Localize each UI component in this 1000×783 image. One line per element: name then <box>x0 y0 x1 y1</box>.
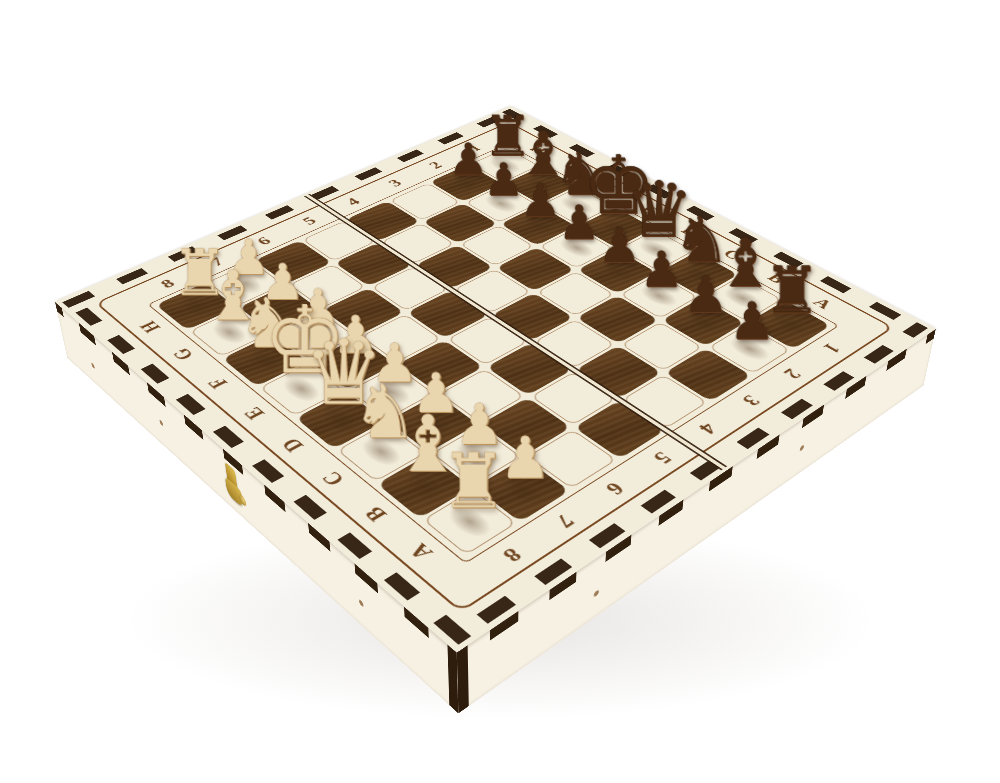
scene: ABCDEFGH ABCDEFGH 87654321 87654321 ♜♝♞♛… <box>0 0 1000 783</box>
chessboard-case: ABCDEFGH ABCDEFGH 87654321 87654321 ♜♝♞♛… <box>55 106 936 653</box>
screw-hole <box>159 419 163 427</box>
screw-hole <box>91 362 95 369</box>
screw-hole <box>594 589 599 598</box>
screw-hole <box>799 444 804 452</box>
screw-hole <box>359 599 364 608</box>
light-rook-glyph: ♜ <box>390 443 556 519</box>
latch-knob <box>239 493 247 508</box>
corner-joint <box>457 645 469 714</box>
dark-pawn-glyph: ♟ <box>680 296 824 347</box>
